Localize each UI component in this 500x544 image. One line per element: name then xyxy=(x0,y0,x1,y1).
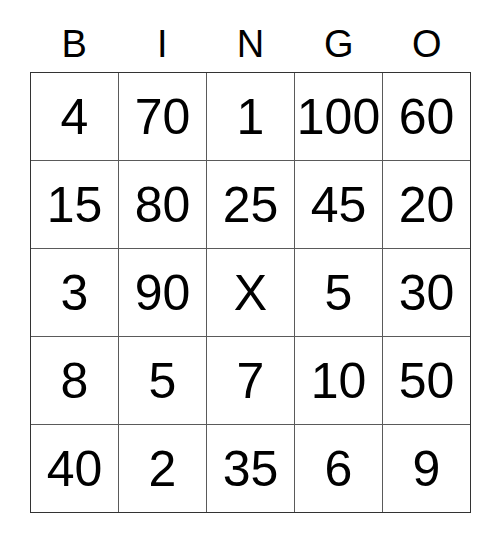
bingo-cell[interactable]: 100 xyxy=(295,73,382,160)
bingo-cell[interactable]: 80 xyxy=(119,161,206,248)
bingo-cell[interactable]: 2 xyxy=(119,425,206,512)
bingo-cell[interactable]: 3 xyxy=(31,249,118,336)
bingo-cell[interactable]: 8 xyxy=(31,337,118,424)
bingo-cell[interactable]: 9 xyxy=(383,425,470,512)
bingo-cell[interactable]: 7 xyxy=(207,337,294,424)
bingo-cell[interactable]: 5 xyxy=(295,249,382,336)
bingo-cell-free-space[interactable]: X xyxy=(207,249,294,336)
bingo-cell[interactable]: 4 xyxy=(31,73,118,160)
bingo-header: B I N G O xyxy=(30,20,471,68)
bingo-cell[interactable]: 25 xyxy=(207,161,294,248)
bingo-cell[interactable]: 1 xyxy=(207,73,294,160)
bingo-grid: 4701100601580254520390X53085710504023569 xyxy=(30,72,471,513)
bingo-cell[interactable]: 30 xyxy=(383,249,470,336)
bingo-cell[interactable]: 50 xyxy=(383,337,470,424)
bingo-cell[interactable]: 15 xyxy=(31,161,118,248)
header-letter-g: G xyxy=(295,20,383,68)
bingo-cell[interactable]: 45 xyxy=(295,161,382,248)
header-letter-b: B xyxy=(30,20,118,68)
bingo-cell[interactable]: 20 xyxy=(383,161,470,248)
bingo-card: B I N G O 4701100601580254520390X5308571… xyxy=(0,0,500,544)
bingo-cell[interactable]: 5 xyxy=(119,337,206,424)
bingo-cell[interactable]: 6 xyxy=(295,425,382,512)
header-letter-i: I xyxy=(118,20,206,68)
bingo-cell[interactable]: 60 xyxy=(383,73,470,160)
header-letter-o: O xyxy=(383,20,471,68)
bingo-cell[interactable]: 70 xyxy=(119,73,206,160)
bingo-cell[interactable]: 10 xyxy=(295,337,382,424)
bingo-cell[interactable]: 90 xyxy=(119,249,206,336)
header-letter-n: N xyxy=(206,20,294,68)
bingo-cell[interactable]: 40 xyxy=(31,425,118,512)
bingo-cell[interactable]: 35 xyxy=(207,425,294,512)
